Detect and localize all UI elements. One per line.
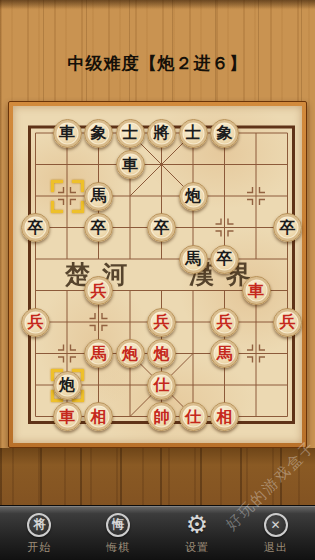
piece-char: 象: [91, 125, 107, 141]
piece-char: 象: [217, 125, 233, 141]
piece-red-馬[interactable]: 馬: [210, 339, 239, 368]
exit-button[interactable]: ✕ 退出: [236, 506, 315, 560]
piece-black-馬[interactable]: 馬: [179, 245, 208, 274]
start-label: 开始: [27, 540, 51, 555]
piece-char: 馬: [91, 345, 107, 361]
piece-black-象[interactable]: 象: [210, 119, 239, 148]
piece-black-車[interactable]: 車: [53, 119, 82, 148]
piece-char: 士: [185, 125, 201, 141]
piece-red-帥[interactable]: 帥: [147, 402, 176, 431]
piece-char: 卒: [28, 219, 44, 235]
piece-char: 兵: [280, 314, 296, 330]
settings-button[interactable]: ⚙ 设置: [158, 506, 237, 560]
piece-red-相[interactable]: 相: [210, 402, 239, 431]
piece-char: 炮: [59, 377, 75, 393]
piece-black-將[interactable]: 將: [147, 119, 176, 148]
piece-char: 馬: [91, 188, 107, 204]
piece-black-象[interactable]: 象: [84, 119, 113, 148]
piece-red-兵[interactable]: 兵: [147, 308, 176, 337]
piece-char: 車: [59, 125, 75, 141]
start-button[interactable]: 将 开始: [0, 506, 79, 560]
piece-char: 兵: [154, 314, 170, 330]
exit-x-icon: ✕: [264, 513, 288, 537]
piece-char: 卒: [217, 251, 233, 267]
piece-char: 將: [154, 125, 170, 141]
piece-red-兵[interactable]: 兵: [273, 308, 302, 337]
piece-char: 車: [59, 408, 75, 424]
toolbar: 将 开始 悔 悔棋 ⚙ 设置 ✕ 退出: [0, 505, 315, 560]
piece-char: 卒: [280, 219, 296, 235]
gear-icon: ⚙: [186, 513, 208, 537]
piece-black-炮[interactable]: 炮: [179, 182, 208, 211]
piece-red-兵[interactable]: 兵: [84, 276, 113, 305]
piece-char: 馬: [185, 251, 201, 267]
piece-char: 炮: [185, 188, 201, 204]
piece-red-炮[interactable]: 炮: [147, 339, 176, 368]
board-surface[interactable]: 楚河 漢界 車象士將士象車馬炮卒卒卒卒馬卒炮兵車兵兵兵兵馬炮炮馬仕車相帥仕相: [13, 106, 302, 443]
undo-label: 悔棋: [106, 540, 130, 555]
piece-red-相[interactable]: 相: [84, 402, 113, 431]
piece-red-仕[interactable]: 仕: [147, 371, 176, 400]
piece-red-馬[interactable]: 馬: [84, 339, 113, 368]
xiangqi-board: 楚河 漢界 車象士將士象車馬炮卒卒卒卒馬卒炮兵車兵兵兵兵馬炮炮馬仕車相帥仕相: [8, 101, 307, 448]
piece-char: 士: [122, 125, 138, 141]
piece-char: 車: [248, 282, 264, 298]
piece-char: 馬: [217, 345, 233, 361]
settings-label: 设置: [185, 540, 209, 555]
piece-red-兵[interactable]: 兵: [210, 308, 239, 337]
difficulty-title: 中级难度【炮２进６】: [0, 52, 315, 75]
start-piece-icon: 将: [27, 513, 51, 537]
app-screen: 中级难度【炮２进６】: [0, 0, 315, 560]
piece-black-車[interactable]: 車: [116, 150, 145, 179]
piece-red-兵[interactable]: 兵: [21, 308, 50, 337]
piece-char: 帥: [154, 408, 170, 424]
piece-char: 炮: [154, 345, 170, 361]
piece-red-炮[interactable]: 炮: [116, 339, 145, 368]
piece-char: 炮: [122, 345, 138, 361]
piece-char: 仕: [154, 377, 170, 393]
piece-char: 仕: [185, 408, 201, 424]
piece-black-卒[interactable]: 卒: [21, 213, 50, 242]
piece-char: 車: [122, 156, 138, 172]
piece-char: 卒: [91, 219, 107, 235]
piece-red-車[interactable]: 車: [53, 402, 82, 431]
piece-char: 相: [91, 408, 107, 424]
piece-black-馬[interactable]: 馬: [84, 182, 113, 211]
piece-black-卒[interactable]: 卒: [273, 213, 302, 242]
piece-red-車[interactable]: 車: [242, 276, 271, 305]
piece-char: 兵: [28, 314, 44, 330]
exit-label: 退出: [264, 540, 288, 555]
piece-black-卒[interactable]: 卒: [210, 245, 239, 274]
piece-black-士[interactable]: 士: [116, 119, 145, 148]
piece-black-炮[interactable]: 炮: [53, 371, 82, 400]
piece-char: 相: [217, 408, 233, 424]
piece-red-仕[interactable]: 仕: [179, 402, 208, 431]
piece-black-卒[interactable]: 卒: [147, 213, 176, 242]
piece-char: 兵: [217, 314, 233, 330]
piece-char: 兵: [91, 282, 107, 298]
lower-wood-background: [0, 448, 315, 505]
undo-piece-icon: 悔: [106, 513, 130, 537]
piece-black-士[interactable]: 士: [179, 119, 208, 148]
piece-char: 卒: [154, 219, 170, 235]
undo-button[interactable]: 悔 悔棋: [79, 506, 158, 560]
piece-black-卒[interactable]: 卒: [84, 213, 113, 242]
